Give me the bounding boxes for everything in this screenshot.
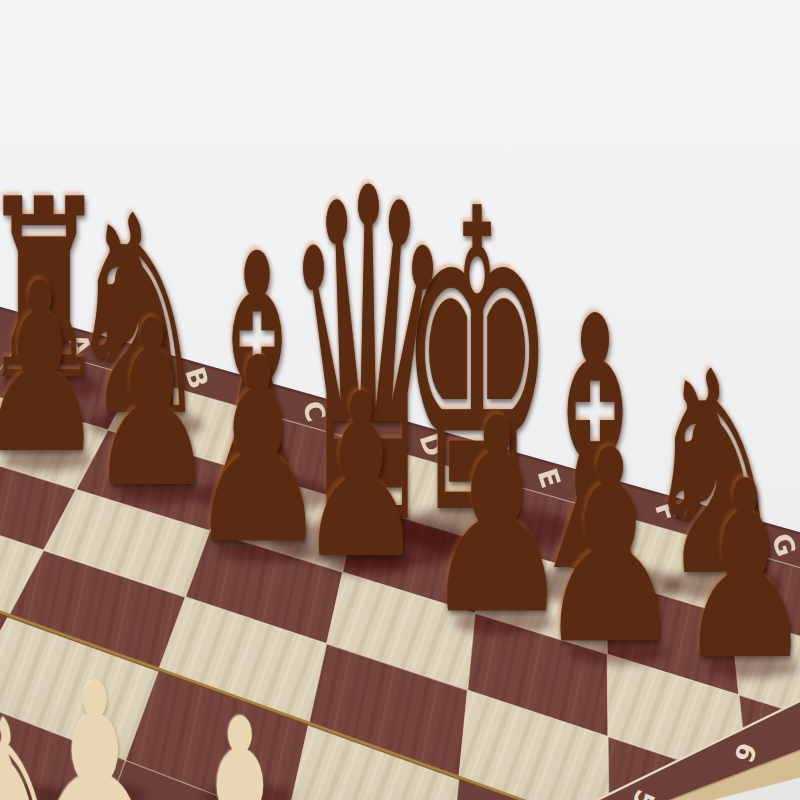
black-pawn-g[interactable]: ♟ — [677, 449, 800, 694]
black-pawn-f[interactable]: ♟ — [536, 415, 684, 681]
black-pawn-d[interactable]: ♟ — [298, 364, 424, 590]
product-photo-scene: ABCDEFG65 ♜♞♟♟♝♚♛♟♟♝♞♟♟♟♟♞♟ — [0, 0, 800, 800]
white-knight-partial[interactable]: ♞ — [0, 690, 71, 800]
white-pawn-partial-2[interactable]: ♟ — [173, 687, 308, 800]
